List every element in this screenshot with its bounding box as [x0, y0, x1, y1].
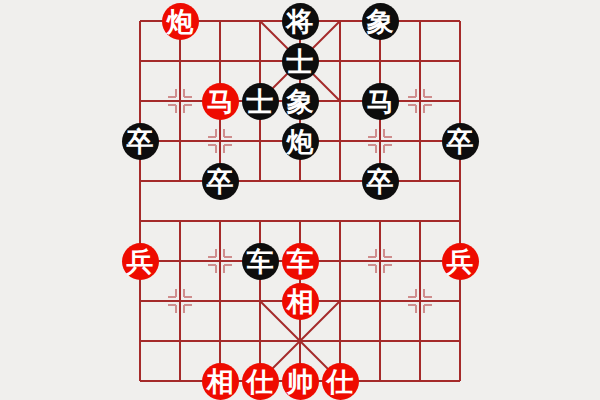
piece-red-chariot[interactable]: 车: [282, 243, 319, 280]
piece-black-soldier[interactable]: 卒: [122, 123, 159, 160]
piece-red-general[interactable]: 帅: [282, 363, 319, 400]
piece-black-elephant[interactable]: 象: [282, 83, 319, 120]
piece-black-advisor[interactable]: 士: [242, 83, 279, 120]
piece-red-elephant[interactable]: 相: [282, 283, 319, 320]
piece-black-cannon[interactable]: 炮: [282, 123, 319, 160]
piece-layer: 炮将象士马士象马卒炮卒卒卒兵车车兵相相仕帅仕: [120, 1, 480, 400]
piece-red-soldier[interactable]: 兵: [442, 243, 479, 280]
piece-red-cannon[interactable]: 炮: [162, 3, 199, 40]
piece-red-advisor[interactable]: 仕: [322, 363, 359, 400]
piece-red-soldier[interactable]: 兵: [122, 243, 159, 280]
piece-black-soldier[interactable]: 卒: [362, 163, 399, 200]
xiangqi-board-screenshot: 炮将象士马士象马卒炮卒卒卒兵车车兵相相仕帅仕: [0, 0, 600, 400]
piece-red-elephant[interactable]: 相: [202, 363, 239, 400]
piece-red-advisor[interactable]: 仕: [242, 363, 279, 400]
piece-black-soldier[interactable]: 卒: [442, 123, 479, 160]
piece-black-elephant[interactable]: 象: [362, 3, 399, 40]
piece-black-chariot[interactable]: 车: [242, 243, 279, 280]
piece-black-soldier[interactable]: 卒: [202, 163, 239, 200]
piece-black-advisor[interactable]: 士: [282, 43, 319, 80]
piece-black-general[interactable]: 将: [282, 3, 319, 40]
piece-red-horse[interactable]: 马: [202, 83, 239, 120]
piece-black-horse[interactable]: 马: [362, 83, 399, 120]
